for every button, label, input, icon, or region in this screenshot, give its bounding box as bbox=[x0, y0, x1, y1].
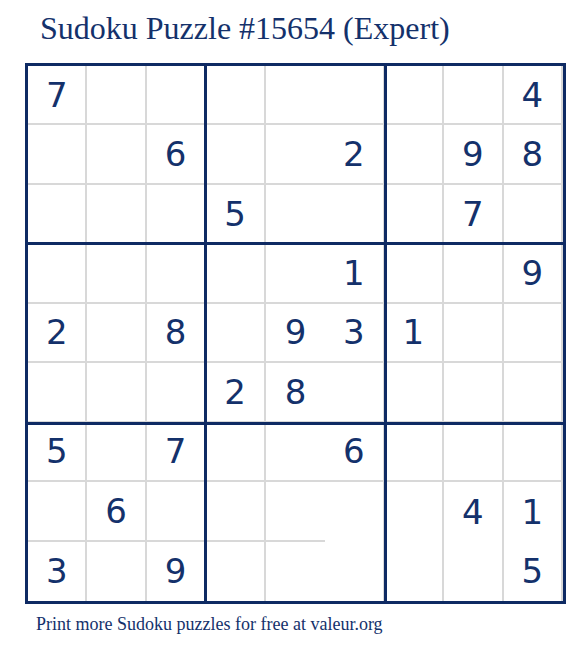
puzzle-title: Sudoku Puzzle #15654 (Expert) bbox=[40, 10, 450, 47]
cell-r7c3: 7 bbox=[147, 423, 206, 482]
cell-r9c5 bbox=[266, 542, 325, 601]
cell-r8c4 bbox=[206, 482, 265, 541]
sudoku-board: 74629857192893128576641395 bbox=[25, 63, 566, 604]
cell-r5c3: 8 bbox=[147, 304, 206, 363]
cell-r3c3 bbox=[147, 185, 206, 244]
cell-r1c7 bbox=[385, 66, 444, 125]
cell-r6c9 bbox=[504, 363, 563, 422]
cell-r6c8 bbox=[444, 363, 503, 422]
cell-r1c4 bbox=[206, 66, 265, 125]
cell-r9c3: 9 bbox=[147, 542, 206, 601]
cell-r9c2 bbox=[87, 542, 146, 601]
cell-r2c3: 6 bbox=[147, 125, 206, 184]
cell-r3c9 bbox=[504, 185, 563, 244]
cell-r5c4 bbox=[206, 304, 265, 363]
cell-r2c2 bbox=[87, 125, 146, 184]
cell-r2c8: 9 bbox=[444, 125, 503, 184]
cell-r4c7 bbox=[385, 244, 444, 303]
cell-r7c9 bbox=[504, 423, 563, 482]
cell-r6c4: 2 bbox=[206, 363, 265, 422]
cell-r8c6 bbox=[325, 482, 384, 541]
cell-r1c5 bbox=[266, 66, 325, 125]
cell-r4c4 bbox=[206, 244, 265, 303]
footer-text: Print more Sudoku puzzles for free at va… bbox=[36, 614, 383, 635]
cell-r9c7 bbox=[385, 542, 444, 601]
cell-r4c6: 1 bbox=[325, 244, 384, 303]
cell-r7c6: 6 bbox=[325, 423, 384, 482]
cell-r8c2: 6 bbox=[87, 482, 146, 541]
cell-r7c7 bbox=[385, 423, 444, 482]
cell-r8c1 bbox=[28, 482, 87, 541]
cell-r1c2 bbox=[87, 66, 146, 125]
cell-r2c7 bbox=[385, 125, 444, 184]
sudoku-page: Sudoku Puzzle #15654 (Expert) 7462985719… bbox=[0, 0, 580, 651]
cell-r5c1: 2 bbox=[28, 304, 87, 363]
cell-r8c9: 1 bbox=[504, 482, 563, 541]
cell-r6c3 bbox=[147, 363, 206, 422]
cell-r7c1: 5 bbox=[28, 423, 87, 482]
cell-r8c3 bbox=[147, 482, 206, 541]
cell-r1c6 bbox=[325, 66, 384, 125]
cell-r1c9: 4 bbox=[504, 66, 563, 125]
cell-r8c8: 4 bbox=[444, 482, 503, 541]
cell-r7c5 bbox=[266, 423, 325, 482]
cell-r9c8 bbox=[444, 542, 503, 601]
cell-r5c5: 9 bbox=[266, 304, 325, 363]
cell-r5c9 bbox=[504, 304, 563, 363]
cell-r7c2 bbox=[87, 423, 146, 482]
cell-r9c1: 3 bbox=[28, 542, 87, 601]
cell-r1c1: 7 bbox=[28, 66, 87, 125]
cell-r5c8 bbox=[444, 304, 503, 363]
cell-r4c1 bbox=[28, 244, 87, 303]
cell-r6c6 bbox=[325, 363, 384, 422]
cell-r8c5 bbox=[266, 482, 325, 541]
cell-r9c6 bbox=[325, 542, 384, 601]
cell-r9c4 bbox=[206, 542, 265, 601]
cell-r4c5 bbox=[266, 244, 325, 303]
cell-r2c1 bbox=[28, 125, 87, 184]
cell-r6c5: 8 bbox=[266, 363, 325, 422]
cell-r3c8: 7 bbox=[444, 185, 503, 244]
cell-r4c2 bbox=[87, 244, 146, 303]
cell-r3c2 bbox=[87, 185, 146, 244]
cell-r2c5 bbox=[266, 125, 325, 184]
cell-r5c7: 1 bbox=[385, 304, 444, 363]
cell-r3c6 bbox=[325, 185, 384, 244]
cell-r6c7 bbox=[385, 363, 444, 422]
cell-r2c6: 2 bbox=[325, 125, 384, 184]
cell-r7c4 bbox=[206, 423, 265, 482]
cell-r7c8 bbox=[444, 423, 503, 482]
cell-r3c5 bbox=[266, 185, 325, 244]
cell-r6c1 bbox=[28, 363, 87, 422]
cell-r5c2 bbox=[87, 304, 146, 363]
cell-r2c9: 8 bbox=[504, 125, 563, 184]
cell-r3c1 bbox=[28, 185, 87, 244]
cell-r8c7 bbox=[385, 482, 444, 541]
cell-r1c3 bbox=[147, 66, 206, 125]
cell-r2c4 bbox=[206, 125, 265, 184]
cell-r4c8 bbox=[444, 244, 503, 303]
cell-r5c6: 3 bbox=[325, 304, 384, 363]
cell-r1c8 bbox=[444, 66, 503, 125]
cell-r4c3 bbox=[147, 244, 206, 303]
cell-r3c4: 5 bbox=[206, 185, 265, 244]
cell-r9c9: 5 bbox=[504, 542, 563, 601]
cell-r3c7 bbox=[385, 185, 444, 244]
cell-r4c9: 9 bbox=[504, 244, 563, 303]
cell-r6c2 bbox=[87, 363, 146, 422]
